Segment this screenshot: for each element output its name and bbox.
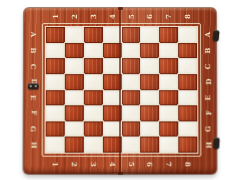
- square-C1[interactable]: [46, 58, 65, 74]
- square-E5[interactable]: [122, 90, 141, 106]
- square-G2[interactable]: [65, 121, 84, 137]
- rank-label-left-F: F: [30, 111, 37, 116]
- file-labels-top: 12345678: [46, 10, 197, 22]
- chess-board: ABCDEFGH ABCDEFGH 12345678 12345678: [23, 8, 216, 174]
- rank-label-left-G: G: [30, 126, 37, 132]
- clasp-left-icon: [28, 83, 39, 89]
- square-C7[interactable]: [159, 58, 178, 74]
- rank-label-right-B: B: [205, 48, 212, 54]
- square-G8[interactable]: [178, 121, 197, 137]
- square-C3[interactable]: [84, 58, 103, 74]
- square-F6[interactable]: [140, 105, 159, 121]
- latch-hook-right-bottom-icon: [213, 137, 220, 148]
- square-F3[interactable]: [84, 105, 103, 121]
- rank-label-left-C: C: [30, 63, 37, 69]
- square-B7[interactable]: [159, 43, 178, 59]
- file-label-top-1: 1: [52, 14, 59, 19]
- square-H8[interactable]: [178, 137, 197, 153]
- square-B8[interactable]: [178, 43, 197, 59]
- rank-label-right-F: F: [205, 111, 212, 116]
- rank-label-right-C: C: [205, 63, 212, 69]
- photo-background: ABCDEFGH ABCDEFGH 12345678 12345678: [0, 0, 240, 180]
- file-label-top-2: 2: [71, 14, 78, 19]
- rank-label-left-A: A: [30, 32, 37, 37]
- file-label-bottom-4: 4: [108, 161, 115, 166]
- square-D3[interactable]: [84, 74, 103, 90]
- square-C2[interactable]: [65, 58, 84, 74]
- square-H1[interactable]: [46, 137, 65, 153]
- square-A8[interactable]: [178, 27, 197, 43]
- square-F5[interactable]: [122, 105, 141, 121]
- rank-label-right-H: H: [205, 141, 212, 148]
- square-H3[interactable]: [84, 137, 103, 153]
- square-D1[interactable]: [46, 74, 65, 90]
- square-F8[interactable]: [178, 105, 197, 121]
- file-label-bottom-7: 7: [165, 161, 172, 166]
- fold-seam: [119, 8, 121, 174]
- square-D2[interactable]: [65, 74, 84, 90]
- board-grid: [46, 27, 198, 153]
- file-labels-bottom: 12345678: [46, 158, 198, 170]
- file-label-bottom-2: 2: [71, 161, 78, 166]
- file-label-top-4: 4: [109, 14, 116, 19]
- square-C6[interactable]: [140, 58, 159, 74]
- square-F7[interactable]: [159, 105, 178, 121]
- square-C5[interactable]: [122, 58, 141, 74]
- rank-label-left-H: H: [30, 141, 37, 148]
- square-E2[interactable]: [65, 90, 84, 106]
- square-G7[interactable]: [159, 121, 178, 137]
- square-A6[interactable]: [140, 27, 159, 43]
- square-B5[interactable]: [122, 43, 141, 59]
- square-G5[interactable]: [122, 121, 141, 137]
- square-E3[interactable]: [84, 90, 103, 106]
- square-A1[interactable]: [46, 27, 65, 43]
- file-label-bottom-3: 3: [90, 161, 97, 166]
- latch-hook-right-top-icon: [213, 30, 220, 42]
- square-F2[interactable]: [65, 105, 84, 121]
- file-label-bottom-8: 8: [184, 161, 191, 166]
- rank-label-right-G: G: [205, 126, 212, 132]
- square-C8[interactable]: [178, 58, 197, 74]
- square-G6[interactable]: [140, 121, 159, 137]
- square-A5[interactable]: [122, 27, 141, 43]
- square-D7[interactable]: [159, 74, 178, 90]
- square-A3[interactable]: [84, 27, 103, 43]
- file-label-top-5: 5: [127, 14, 134, 19]
- square-G3[interactable]: [84, 121, 103, 137]
- square-A2[interactable]: [65, 27, 84, 43]
- square-E1[interactable]: [46, 90, 65, 106]
- rank-label-right-E: E: [205, 95, 212, 100]
- file-label-top-6: 6: [146, 14, 153, 19]
- square-D6[interactable]: [140, 74, 159, 90]
- seam-hinge-bottom-icon: [118, 172, 123, 175]
- square-E6[interactable]: [140, 90, 159, 106]
- seam-hinge-top-icon: [118, 7, 123, 10]
- square-A7[interactable]: [159, 27, 178, 43]
- square-H5[interactable]: [122, 137, 141, 153]
- square-B3[interactable]: [84, 43, 103, 59]
- square-E8[interactable]: [178, 90, 197, 106]
- rank-labels-right: ABCDEFGH: [202, 27, 214, 153]
- square-B1[interactable]: [46, 43, 65, 59]
- square-H2[interactable]: [65, 137, 84, 153]
- file-label-top-7: 7: [165, 14, 172, 19]
- file-label-bottom-6: 6: [146, 161, 153, 166]
- rank-label-left-B: B: [30, 48, 37, 54]
- rank-label-right-D: D: [205, 79, 212, 85]
- square-B6[interactable]: [140, 43, 159, 59]
- rank-labels-left: ABCDEFGH: [28, 27, 40, 153]
- file-label-bottom-5: 5: [127, 161, 134, 166]
- square-D8[interactable]: [178, 74, 197, 90]
- rank-label-right-A: A: [205, 32, 212, 37]
- file-label-bottom-1: 1: [52, 161, 59, 166]
- square-G1[interactable]: [46, 121, 65, 137]
- square-H6[interactable]: [140, 137, 159, 153]
- square-H7[interactable]: [159, 137, 178, 153]
- square-E7[interactable]: [159, 90, 178, 106]
- rank-label-left-E: E: [30, 95, 37, 100]
- file-label-top-8: 8: [184, 14, 191, 19]
- square-F1[interactable]: [46, 105, 65, 121]
- square-D5[interactable]: [122, 74, 141, 90]
- file-label-top-3: 3: [90, 14, 97, 19]
- square-B2[interactable]: [65, 43, 84, 59]
